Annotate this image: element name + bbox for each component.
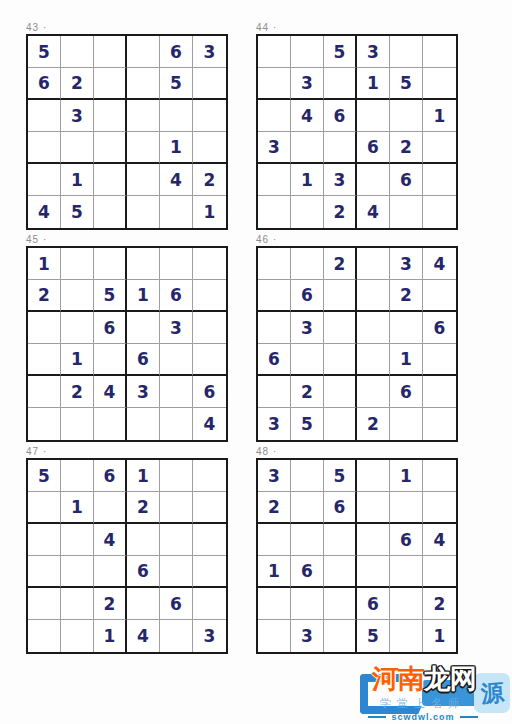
watermark-title: 河南龙网	[372, 664, 476, 694]
sudoku-cell-r1c4: 1	[127, 460, 160, 492]
sudoku-cell-r3c2[interactable]	[61, 524, 94, 556]
sudoku-cell-r3c6[interactable]	[193, 524, 226, 556]
sudoku-cell-r4c3[interactable]	[324, 344, 357, 376]
sudoku-cell-r1c5: 3	[390, 248, 423, 280]
sudoku-cell-r5c3: 2	[94, 588, 127, 620]
sudoku-cell-r6c4: 4	[127, 620, 160, 652]
sudoku-cell-r3c1[interactable]	[28, 524, 61, 556]
puzzle-43-grid: 56362531142451	[26, 34, 228, 230]
sudoku-cell-r3c5[interactable]	[390, 312, 423, 344]
sudoku-cell-r5c3: 4	[94, 376, 127, 408]
sudoku-cell-r2c3[interactable]	[94, 492, 127, 524]
sudoku-cell-r6c4: 4	[357, 196, 390, 228]
sudoku-cell-r1c6[interactable]	[193, 460, 226, 492]
sudoku-cell-r2c2[interactable]	[61, 280, 94, 312]
sudoku-cell-r4c1[interactable]	[28, 344, 61, 376]
sudoku-cell-r2c5: 2	[390, 280, 423, 312]
watermark-seal-glyph: 源	[479, 677, 504, 710]
sudoku-cell-r2c2: 3	[291, 68, 324, 100]
sudoku-cell-r2c2: 1	[61, 492, 94, 524]
sudoku-cell-r3c3[interactable]	[94, 100, 127, 132]
sudoku-cell-r3c3: 6	[324, 100, 357, 132]
sudoku-cell-r6c6: 1	[193, 196, 226, 228]
sudoku-cell-r3c5[interactable]	[160, 524, 193, 556]
sudoku-cell-r6c1[interactable]	[258, 196, 291, 228]
sudoku-cell-r6c5[interactable]	[390, 196, 423, 228]
sudoku-cell-r6c3: 1	[94, 620, 127, 652]
sudoku-cell-r3c3: 4	[94, 524, 127, 556]
sudoku-cell-r1c2[interactable]	[291, 460, 324, 492]
watermark-url-line-left	[368, 716, 386, 718]
sudoku-cell-r6c1: 3	[258, 408, 291, 440]
sudoku-cell-r6c5[interactable]	[390, 408, 423, 440]
sudoku-cell-r5c5: 4	[160, 164, 193, 196]
sudoku-cell-r4c6[interactable]	[423, 132, 456, 164]
sudoku-cell-r5c6[interactable]	[423, 376, 456, 408]
puzzle-44-grid: 5331546136213624	[256, 34, 458, 230]
sudoku-cell-r6c3[interactable]	[94, 408, 127, 440]
sudoku-cell-r5c5[interactable]	[160, 376, 193, 408]
sudoku-cell-r6c5[interactable]	[160, 620, 193, 652]
sudoku-cell-r5c1[interactable]	[258, 164, 291, 196]
puzzle-47-grid: 561124626143	[26, 458, 228, 654]
puzzle-label: 45 ·	[26, 233, 228, 246]
sudoku-cell-r4c4: 6	[127, 556, 160, 588]
sudoku-cell-r5c2[interactable]	[291, 588, 324, 620]
puzzle-45: 45 ·12516631624364	[26, 233, 228, 442]
sudoku-cell-r5c5: 6	[390, 164, 423, 196]
sudoku-cell-r2c5: 5	[160, 68, 193, 100]
sudoku-cell-r5c5: 6	[390, 376, 423, 408]
sudoku-cell-r2c2: 2	[61, 68, 94, 100]
watermark-url-line-right	[460, 716, 478, 718]
puzzle-label: 48 ·	[256, 445, 458, 458]
sudoku-cell-r4c5[interactable]	[160, 344, 193, 376]
puzzle-48: 48 ·35126641662351	[256, 445, 458, 654]
puzzle-46-grid: 23462366126352	[256, 246, 458, 442]
sudoku-cell-r1c6[interactable]	[193, 248, 226, 280]
puzzle-label: 47 ·	[26, 445, 228, 458]
sudoku-cell-r1c6: 3	[193, 36, 226, 68]
sudoku-cell-r2c6[interactable]	[423, 68, 456, 100]
sudoku-cell-r3c1[interactable]	[28, 312, 61, 344]
sudoku-cell-r3c1[interactable]	[258, 312, 291, 344]
sudoku-cell-r6c2: 5	[291, 408, 324, 440]
puzzle-48-grid: 35126641662351	[256, 458, 458, 654]
sudoku-cell-r6c1[interactable]	[258, 620, 291, 652]
sudoku-cell-r2c1[interactable]	[258, 280, 291, 312]
sudoku-cell-r2c1: 6	[28, 68, 61, 100]
sudoku-cell-r3c4[interactable]	[127, 524, 160, 556]
sudoku-cell-r5c2: 1	[291, 164, 324, 196]
sudoku-cell-r3c2[interactable]	[291, 524, 324, 556]
puzzle-45-grid: 12516631624364	[26, 246, 228, 442]
sudoku-cell-r4c5: 1	[160, 132, 193, 164]
sudoku-cell-r1c1: 5	[28, 36, 61, 68]
sudoku-cell-r1c2[interactable]	[61, 248, 94, 280]
sudoku-cell-r2c4[interactable]	[357, 492, 390, 524]
sudoku-cell-r4c4: 6	[357, 132, 390, 164]
sudoku-cell-r2c3[interactable]	[324, 68, 357, 100]
sudoku-cell-r2c5: 5	[390, 68, 423, 100]
watermark-seal-badge: 源	[474, 673, 510, 713]
watermark-url: scwdwl.com	[360, 712, 486, 722]
sudoku-cell-r3c1[interactable]	[258, 100, 291, 132]
sudoku-cell-r2c1[interactable]	[258, 68, 291, 100]
sudoku-cell-r6c4: 2	[357, 408, 390, 440]
sudoku-cell-r4c1[interactable]	[28, 556, 61, 588]
sudoku-cell-r1c4[interactable]	[357, 248, 390, 280]
sudoku-cell-r6c4[interactable]	[127, 408, 160, 440]
sudoku-cell-r4c5[interactable]	[160, 556, 193, 588]
sudoku-cell-r6c2[interactable]	[61, 620, 94, 652]
sudoku-cell-r6c3[interactable]	[324, 408, 357, 440]
sudoku-cell-r2c6[interactable]	[423, 280, 456, 312]
sudoku-cell-r6c2: 3	[291, 620, 324, 652]
sudoku-cell-r4c4[interactable]	[357, 556, 390, 588]
sudoku-cell-r3c5[interactable]	[160, 100, 193, 132]
sudoku-cell-r5c2: 2	[291, 376, 324, 408]
sudoku-cell-r5c6: 2	[193, 164, 226, 196]
sudoku-cell-r1c6: 4	[423, 248, 456, 280]
sudoku-cell-r5c6: 6	[193, 376, 226, 408]
sudoku-cell-r4c6[interactable]	[423, 344, 456, 376]
sudoku-cell-r3c2: 4	[291, 100, 324, 132]
sudoku-cell-r2c3[interactable]	[324, 280, 357, 312]
sudoku-cell-r3c4[interactable]	[357, 100, 390, 132]
sudoku-cell-r6c6: 4	[193, 408, 226, 440]
sudoku-cell-r2c5: 6	[160, 280, 193, 312]
puzzle-label: 46 ·	[256, 233, 458, 246]
sudoku-cell-r3c6: 4	[423, 524, 456, 556]
sudoku-cell-r5c1[interactable]	[28, 376, 61, 408]
sudoku-cell-r1c5[interactable]	[160, 248, 193, 280]
sudoku-cell-r2c1: 2	[258, 492, 291, 524]
sudoku-cell-r2c4[interactable]	[127, 68, 160, 100]
sudoku-cell-r3c1[interactable]	[258, 524, 291, 556]
sudoku-cell-r4c4: 6	[127, 344, 160, 376]
sudoku-cell-r6c1[interactable]	[28, 408, 61, 440]
sudoku-cell-r4c6[interactable]	[193, 344, 226, 376]
sudoku-cell-r2c1: 2	[28, 280, 61, 312]
sudoku-cell-r6c3: 2	[324, 196, 357, 228]
sudoku-cell-r1c3: 2	[324, 248, 357, 280]
sudoku-cell-r3c2: 3	[61, 100, 94, 132]
sudoku-cell-r2c2[interactable]	[291, 492, 324, 524]
sudoku-cell-r5c1[interactable]	[258, 588, 291, 620]
sudoku-cell-r5c4[interactable]	[127, 588, 160, 620]
sudoku-cell-r6c6[interactable]	[423, 196, 456, 228]
sudoku-cell-r5c4[interactable]	[357, 376, 390, 408]
sudoku-cell-r5c6: 2	[423, 588, 456, 620]
sudoku-cell-r4c2[interactable]	[61, 556, 94, 588]
watermark-url-text: scwdwl.com	[391, 712, 454, 722]
sudoku-cell-r2c5[interactable]	[390, 492, 423, 524]
sudoku-cell-r6c2[interactable]	[291, 196, 324, 228]
sudoku-cell-r2c3: 6	[324, 492, 357, 524]
sudoku-cell-r6c1[interactable]	[28, 620, 61, 652]
sudoku-cell-r5c1[interactable]	[28, 588, 61, 620]
sudoku-cell-r3c5: 3	[160, 312, 193, 344]
sudoku-cell-r1c1: 1	[28, 248, 61, 280]
sudoku-cell-r2c4: 2	[127, 492, 160, 524]
sudoku-cell-r6c1: 4	[28, 196, 61, 228]
watermark-subtitle: 学堂上名师	[380, 696, 465, 711]
sudoku-cell-r1c5[interactable]	[390, 36, 423, 68]
sudoku-cell-r4c6[interactable]	[193, 132, 226, 164]
sudoku-cell-r4c1: 6	[258, 344, 291, 376]
sudoku-cell-r5c4: 6	[357, 588, 390, 620]
sudoku-cell-r5c5: 6	[160, 588, 193, 620]
sudoku-cell-r1c4[interactable]	[127, 248, 160, 280]
sudoku-cell-r2c5[interactable]	[160, 492, 193, 524]
sudoku-cell-r1c1[interactable]	[258, 248, 291, 280]
sudoku-cell-r1c1: 5	[28, 460, 61, 492]
sudoku-cell-r4c3[interactable]	[94, 556, 127, 588]
sudoku-cell-r1c3: 5	[324, 36, 357, 68]
sudoku-cell-r3c4[interactable]	[127, 312, 160, 344]
sudoku-cell-r4c3[interactable]	[94, 344, 127, 376]
sudoku-cell-r4c3[interactable]	[324, 132, 357, 164]
sudoku-cell-r4c6[interactable]	[193, 556, 226, 588]
sudoku-cell-r5c3[interactable]	[324, 376, 357, 408]
sudoku-cell-r1c2[interactable]	[291, 248, 324, 280]
sudoku-cell-r4c3[interactable]	[94, 132, 127, 164]
sudoku-cell-r3c3: 6	[94, 312, 127, 344]
watermark-title-henan: 河南	[372, 664, 424, 694]
sudoku-cell-r1c4: 3	[357, 36, 390, 68]
sudoku-cell-r2c6[interactable]	[193, 68, 226, 100]
sudoku-cell-r6c6: 1	[423, 620, 456, 652]
sudoku-cell-r3c5: 6	[390, 524, 423, 556]
sudoku-cell-r2c6[interactable]	[193, 492, 226, 524]
sudoku-cell-r6c5[interactable]	[390, 620, 423, 652]
sudoku-cell-r6c6[interactable]	[423, 408, 456, 440]
sudoku-cell-r2c3: 5	[94, 280, 127, 312]
sudoku-cell-r4c3[interactable]	[324, 556, 357, 588]
sudoku-cell-r4c2: 6	[291, 556, 324, 588]
sudoku-cell-r5c2: 1	[61, 164, 94, 196]
sudoku-cell-r4c2: 1	[61, 344, 94, 376]
sudoku-cell-r1c5[interactable]	[160, 460, 193, 492]
sudoku-cell-r1c6[interactable]	[423, 36, 456, 68]
sudoku-cell-r2c4: 1	[357, 68, 390, 100]
puzzle-47: 47 ·561124626143	[26, 445, 228, 654]
sudoku-cell-r5c3[interactable]	[324, 588, 357, 620]
sudoku-cell-r4c1: 3	[258, 132, 291, 164]
sudoku-cell-r5c2[interactable]	[61, 588, 94, 620]
sudoku-cell-r4c1[interactable]	[28, 132, 61, 164]
sudoku-cell-r6c3[interactable]	[324, 620, 357, 652]
sudoku-cell-r6c4[interactable]	[127, 196, 160, 228]
sudoku-cell-r6c2: 5	[61, 196, 94, 228]
sudoku-cell-r4c4[interactable]	[357, 344, 390, 376]
sudoku-cell-r4c5: 1	[390, 344, 423, 376]
sudoku-cell-r1c4[interactable]	[127, 36, 160, 68]
sudoku-cell-r3c2[interactable]	[61, 312, 94, 344]
sudoku-cell-r2c6[interactable]	[423, 492, 456, 524]
puzzle-label: 44 ·	[256, 21, 458, 34]
sudoku-cell-r2c1[interactable]	[28, 492, 61, 524]
puzzle-43: 43 ·56362531142451	[26, 21, 228, 230]
sudoku-cell-r4c5[interactable]	[390, 556, 423, 588]
sudoku-cell-r5c4[interactable]	[357, 164, 390, 196]
sudoku-cell-r1c1: 3	[258, 460, 291, 492]
sudoku-cell-r6c6: 3	[193, 620, 226, 652]
sudoku-cell-r1c3: 6	[94, 460, 127, 492]
sudoku-cell-r1c2[interactable]	[291, 36, 324, 68]
sudoku-cell-r4c5: 2	[390, 132, 423, 164]
sudoku-cell-r6c3[interactable]	[94, 196, 127, 228]
sudoku-cell-r3c5[interactable]	[390, 100, 423, 132]
puzzle-46: 46 ·23462366126352	[256, 233, 458, 442]
sudoku-cell-r4c2[interactable]	[291, 132, 324, 164]
sudoku-cell-r1c5: 1	[390, 460, 423, 492]
sudoku-cell-r6c5[interactable]	[160, 408, 193, 440]
sudoku-cell-r5c4[interactable]	[127, 164, 160, 196]
sudoku-cell-r1c1[interactable]	[258, 36, 291, 68]
sudoku-cell-r6c2[interactable]	[61, 408, 94, 440]
sudoku-cell-r3c6[interactable]	[193, 100, 226, 132]
watermark-title-longwang: 龙网	[424, 664, 476, 694]
sudoku-cell-r5c6[interactable]	[423, 164, 456, 196]
sudoku-cell-r1c6[interactable]	[423, 460, 456, 492]
sudoku-cell-r2c3[interactable]	[94, 68, 127, 100]
sudoku-cell-r1c3[interactable]	[94, 248, 127, 280]
sudoku-cell-r3c4[interactable]	[357, 312, 390, 344]
sudoku-cell-r4c6[interactable]	[423, 556, 456, 588]
sudoku-cell-r3c4[interactable]	[357, 524, 390, 556]
sudoku-cell-r1c2[interactable]	[61, 460, 94, 492]
sudoku-cell-r5c3[interactable]	[94, 164, 127, 196]
sudoku-cell-r4c2[interactable]	[291, 344, 324, 376]
sudoku-cell-r5c1[interactable]	[258, 376, 291, 408]
sudoku-cell-r3c6: 1	[423, 100, 456, 132]
sudoku-cell-r5c4: 3	[127, 376, 160, 408]
sudoku-cell-r6c4: 5	[357, 620, 390, 652]
sudoku-cell-r2c4: 1	[127, 280, 160, 312]
watermark-logo: 河南龙网 源 学堂上名师 scwdwl.com	[360, 658, 512, 724]
sudoku-cell-r2c2: 6	[291, 280, 324, 312]
sudoku-cell-r3c1[interactable]	[28, 100, 61, 132]
puzzle-44: 44 ·5331546136213624	[256, 21, 458, 230]
sudoku-cell-r5c5[interactable]	[390, 588, 423, 620]
sudoku-cell-r3c3[interactable]	[324, 524, 357, 556]
sudoku-cell-r3c6: 6	[423, 312, 456, 344]
sudoku-cell-r1c2[interactable]	[61, 36, 94, 68]
sudoku-cell-r5c1[interactable]	[28, 164, 61, 196]
sudoku-cell-r1c4[interactable]	[357, 460, 390, 492]
sudoku-cell-r1c3[interactable]	[94, 36, 127, 68]
sudoku-cell-r1c3: 5	[324, 460, 357, 492]
sudoku-cell-r3c4[interactable]	[127, 100, 160, 132]
sudoku-cell-r4c4[interactable]	[127, 132, 160, 164]
sudoku-cell-r4c2[interactable]	[61, 132, 94, 164]
sudoku-cell-r5c6[interactable]	[193, 588, 226, 620]
sudoku-cell-r3c6[interactable]	[193, 312, 226, 344]
sudoku-cell-r3c3[interactable]	[324, 312, 357, 344]
sudoku-cell-r1c5: 6	[160, 36, 193, 68]
sudoku-cell-r5c2: 2	[61, 376, 94, 408]
sudoku-cell-r4c1: 1	[258, 556, 291, 588]
sudoku-cell-r2c6[interactable]	[193, 280, 226, 312]
sudoku-cell-r2c4[interactable]	[357, 280, 390, 312]
puzzle-label: 43 ·	[26, 21, 228, 34]
sudoku-cell-r5c3: 3	[324, 164, 357, 196]
sudoku-cell-r6c5[interactable]	[160, 196, 193, 228]
sudoku-cell-r3c2: 3	[291, 312, 324, 344]
